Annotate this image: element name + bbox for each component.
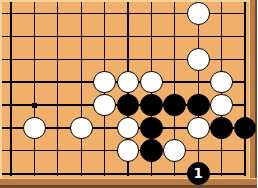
- white-stone: [117, 117, 140, 140]
- black-stone: [140, 94, 163, 117]
- white-stone: [187, 48, 210, 71]
- star-point: [32, 103, 37, 108]
- black-stone: [187, 94, 210, 117]
- go-diagram: 1: [0, 0, 257, 188]
- black-stone: [140, 117, 163, 140]
- white-stone: [163, 139, 186, 162]
- white-stone: [187, 117, 210, 140]
- white-stone: [117, 71, 140, 94]
- board-bevel-left-highlight: [0, 0, 2, 188]
- white-stone: [93, 71, 116, 94]
- board-bevel-bottom-shadow: [0, 178, 257, 188]
- white-stone: [140, 71, 163, 94]
- go-board[interactable]: 1: [0, 0, 257, 188]
- white-stone: [187, 2, 210, 25]
- white-stone: [210, 71, 233, 94]
- board-bevel-top-highlight: [0, 0, 257, 2]
- black-stone: [117, 94, 140, 117]
- black-stone: [163, 94, 186, 117]
- white-stone: [23, 117, 46, 140]
- white-stone: [117, 139, 140, 162]
- grid-line-horizontal: [2, 36, 246, 37]
- board-bevel-right-shadow: [249, 0, 258, 188]
- white-stone: [210, 94, 233, 117]
- move-1-stone: 1: [187, 162, 210, 185]
- black-stone: [140, 139, 163, 162]
- white-stone: [93, 94, 116, 117]
- move-number-label: 1: [193, 167, 202, 181]
- white-stone: [70, 117, 93, 140]
- black-stone: [210, 117, 233, 140]
